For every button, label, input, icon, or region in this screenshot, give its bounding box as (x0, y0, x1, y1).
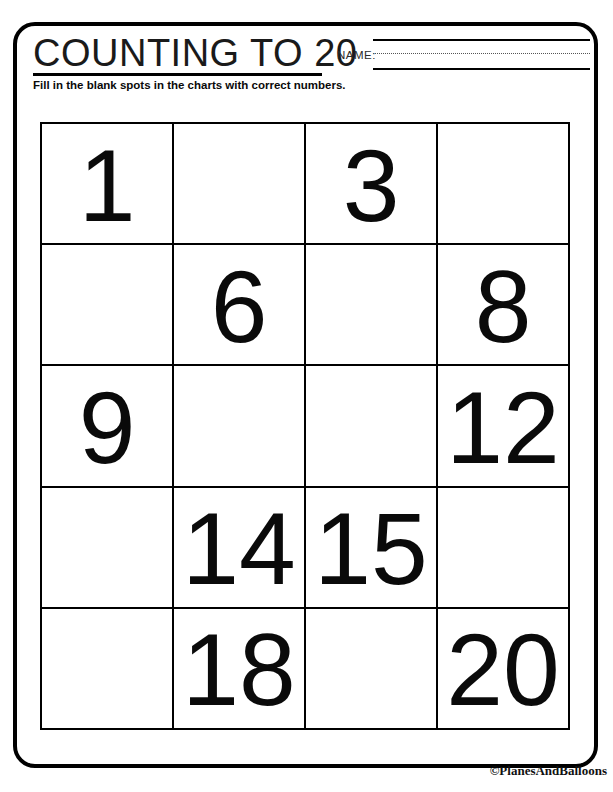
grid-cell-blank[interactable] (437, 487, 569, 608)
grid-cell-given: 14 (173, 487, 305, 608)
name-label: NAME: (337, 49, 376, 61)
grid-cell-blank[interactable] (41, 608, 173, 729)
grid-cell-given: 8 (437, 244, 569, 365)
grid-cell-blank[interactable] (41, 487, 173, 608)
grid-cell-blank[interactable] (41, 244, 173, 365)
worksheet-title: COUNTING TO 20 (33, 34, 357, 72)
name-write-area[interactable] (373, 39, 590, 71)
grid-cell-blank[interactable] (305, 608, 437, 729)
grid-cell-blank[interactable] (437, 123, 569, 244)
copyright-credit: ©PlanesAndBalloons (490, 763, 607, 779)
grid-cell-blank[interactable] (305, 365, 437, 486)
name-line-dotted (373, 53, 590, 54)
grid-cell-given: 9 (41, 365, 173, 486)
grid-cell-given: 18 (173, 608, 305, 729)
number-grid: 136891214151820 (40, 122, 570, 730)
name-line-top (373, 39, 590, 41)
title-underline (33, 73, 322, 76)
grid-cell-blank[interactable] (305, 244, 437, 365)
instructions-text: Fill in the blank spots in the charts wi… (33, 79, 345, 91)
grid-cell-blank[interactable] (173, 123, 305, 244)
grid-cell-given: 3 (305, 123, 437, 244)
grid-cell-given: 1 (41, 123, 173, 244)
grid-cell-given: 15 (305, 487, 437, 608)
grid-cell-given: 6 (173, 244, 305, 365)
grid-cell-blank[interactable] (173, 365, 305, 486)
grid-cell-given: 20 (437, 608, 569, 729)
grid-cell-given: 12 (437, 365, 569, 486)
worksheet-page: COUNTING TO 20 Fill in the blank spots i… (0, 0, 613, 792)
name-line-bottom (373, 68, 590, 70)
